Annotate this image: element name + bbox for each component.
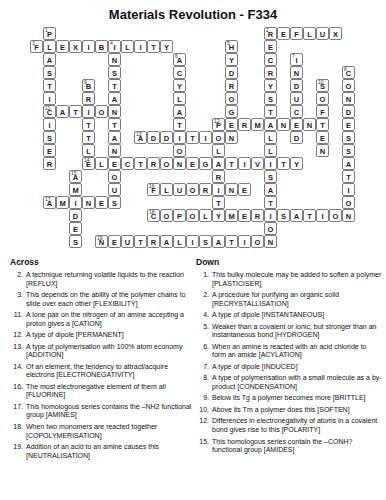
- grid-cell[interactable]: L: [173, 235, 186, 248]
- cell-letter: O: [164, 161, 170, 169]
- grid-cell[interactable]: P: [173, 209, 186, 222]
- cell-number: 3: [32, 41, 35, 46]
- clue-number: 4.: [196, 311, 209, 320]
- grid-cell[interactable]: E: [69, 222, 82, 235]
- grid-cell[interactable]: D: [290, 79, 303, 92]
- grid-cell[interactable]: 15A: [69, 170, 82, 183]
- grid-cell[interactable]: T: [264, 196, 277, 209]
- grid-cell[interactable]: O: [225, 92, 238, 105]
- cell-letter: N: [112, 57, 117, 65]
- cell-letter: T: [112, 83, 117, 91]
- grid-cell[interactable]: I: [43, 118, 56, 131]
- cell-number: 7: [292, 54, 295, 59]
- cell-letter: T: [268, 200, 273, 208]
- grid-cell[interactable]: N: [264, 235, 277, 248]
- grid-cell[interactable]: Y: [225, 53, 238, 66]
- cell-letter: T: [216, 200, 221, 208]
- cell-letter: R: [242, 122, 247, 130]
- grid-cell[interactable]: D: [290, 131, 303, 144]
- grid-cell[interactable]: E: [95, 196, 108, 209]
- clue-number: 1.: [196, 271, 209, 280]
- grid-cell[interactable]: S: [108, 66, 121, 79]
- down-clues: Down 1.This bulky molecule may be added …: [196, 257, 382, 458]
- cell-letter: T: [86, 122, 91, 130]
- grid-cell[interactable]: B: [95, 40, 108, 53]
- cell-letter: R: [268, 70, 273, 78]
- grid-cell[interactable]: U: [173, 183, 186, 196]
- grid-cell[interactable]: D: [225, 66, 238, 79]
- grid-cell[interactable]: I: [82, 105, 95, 118]
- cell-letter: I: [87, 109, 89, 117]
- grid-cell[interactable]: V: [251, 157, 264, 170]
- grid-cell[interactable]: L: [95, 157, 108, 170]
- cell-letter: A: [268, 187, 273, 195]
- clue-item: 6.When an amine is reacted with an acid …: [196, 343, 382, 360]
- grid-cell[interactable]: L: [82, 144, 95, 157]
- cell-letter: L: [125, 44, 130, 52]
- grid-cell[interactable]: A: [212, 157, 225, 170]
- grid-cell[interactable]: S: [199, 235, 212, 248]
- cell-letter: E: [60, 44, 65, 52]
- grid-cell[interactable]: E: [238, 209, 251, 222]
- grid-cell[interactable]: I: [212, 183, 225, 196]
- grid-cell[interactable]: 4I: [108, 40, 121, 53]
- clue-text: Of an element, the tendency to attract/a…: [26, 363, 192, 380]
- cell-letter: N: [229, 187, 234, 195]
- grid-cell[interactable]: L: [264, 144, 277, 157]
- cell-letter: N: [346, 213, 351, 221]
- grid-cell[interactable]: A: [43, 53, 56, 66]
- cell-letter: A: [112, 96, 117, 104]
- grid-cell[interactable]: T: [69, 105, 82, 118]
- cell-letter: C: [177, 70, 182, 78]
- cell-number: 11: [45, 106, 50, 111]
- cell-letter: O: [268, 226, 274, 234]
- grid-cell[interactable]: E: [277, 27, 290, 40]
- grid-cell[interactable]: A: [212, 235, 225, 248]
- cell-letter: D: [164, 135, 169, 143]
- clue-item: 4.A type of dipole [INSTANTANEOUS]: [196, 311, 382, 320]
- grid-cell[interactable]: F: [290, 27, 303, 40]
- grid-cell[interactable]: C: [173, 66, 186, 79]
- clue-text: Differences in electronegativity of atom…: [212, 417, 382, 434]
- cell-letter: R: [216, 174, 221, 182]
- clue-text: A type of polymerisation with a small mo…: [212, 374, 382, 391]
- grid-cell[interactable]: O: [186, 183, 199, 196]
- grid-cell[interactable]: O: [264, 222, 277, 235]
- grid-cell[interactable]: T: [108, 79, 121, 92]
- cell-letter: B: [99, 44, 104, 52]
- cell-letter: E: [47, 148, 52, 156]
- grid-cell[interactable]: N: [316, 144, 329, 157]
- grid-cell[interactable]: T: [225, 157, 238, 170]
- grid-cell[interactable]: T: [225, 235, 238, 248]
- clue-text: When two monomers are reacted together […: [26, 423, 192, 440]
- grid-cell[interactable]: O: [212, 131, 225, 144]
- clue-number: 14.: [10, 363, 23, 372]
- grid-cell[interactable]: 13A: [134, 131, 147, 144]
- grid-cell[interactable]: O: [173, 144, 186, 157]
- cell-letter: A: [216, 161, 221, 169]
- grid-cell[interactable]: E: [316, 131, 329, 144]
- grid-cell[interactable]: R: [251, 209, 264, 222]
- grid-cell[interactable]: I: [316, 209, 329, 222]
- grid-cell[interactable]: A: [160, 235, 173, 248]
- grid-cell[interactable]: E: [108, 235, 121, 248]
- grid-cell[interactable]: 8C: [342, 66, 355, 79]
- grid-cell[interactable]: I: [43, 92, 56, 105]
- cell-number: 16: [149, 184, 155, 189]
- grid-cell[interactable]: I: [264, 209, 277, 222]
- cell-letter: A: [164, 239, 169, 247]
- grid-cell[interactable]: U: [290, 92, 303, 105]
- cell-letter: I: [243, 161, 245, 169]
- cell-letter: E: [320, 135, 325, 143]
- across-header: Across: [10, 257, 192, 267]
- cell-letter: I: [139, 44, 141, 52]
- grid-cell[interactable]: T: [43, 79, 56, 92]
- grid-cell[interactable]: T: [173, 118, 186, 131]
- across-clue-list: 2.A technique returning volatile liquids…: [10, 271, 192, 460]
- grid-cell[interactable]: I: [69, 196, 82, 209]
- grid-cell[interactable]: R: [43, 157, 56, 170]
- grid-cell[interactable]: U: [121, 235, 134, 248]
- clue-number: 7.: [196, 363, 209, 372]
- cell-letter: A: [346, 161, 351, 169]
- clue-text: This homologous series contain the –CONH…: [212, 438, 382, 455]
- clue-item: 16.The most electronegative element of t…: [10, 383, 192, 400]
- cell-letter: I: [269, 161, 271, 169]
- cell-letter: I: [74, 200, 76, 208]
- grid-cell[interactable]: C: [264, 53, 277, 66]
- grid-cell[interactable]: O: [316, 92, 329, 105]
- cell-letter: D: [294, 135, 299, 143]
- clue-number: 13.: [10, 343, 23, 352]
- cell-letter: L: [164, 187, 169, 195]
- cell-letter: O: [190, 213, 196, 221]
- cell-letter: A: [268, 122, 273, 130]
- grid-cell[interactable]: O: [251, 235, 264, 248]
- grid-cell[interactable]: N: [303, 118, 316, 131]
- cell-letter: N: [177, 161, 182, 169]
- cell-letter: A: [177, 109, 182, 117]
- grid-cell[interactable]: N: [225, 183, 238, 196]
- grid-cell[interactable]: 14E: [82, 157, 95, 170]
- cell-letter: N: [112, 148, 117, 156]
- clue-item: 12.Differences in electronegativity of a…: [196, 417, 382, 434]
- grid-cell[interactable]: T: [134, 235, 147, 248]
- cell-letter: C: [125, 161, 130, 169]
- cell-letter: S: [203, 239, 208, 247]
- cell-letter: T: [346, 174, 351, 182]
- grid-cell[interactable]: I: [342, 183, 355, 196]
- clue-number: 2.: [10, 271, 23, 280]
- grid-cell[interactable]: E: [43, 144, 56, 157]
- grid-cell[interactable]: N: [342, 209, 355, 222]
- grid-cell[interactable]: M: [225, 209, 238, 222]
- grid-cell[interactable]: L: [173, 92, 186, 105]
- cell-letter: Y: [216, 213, 221, 221]
- cell-letter: A: [294, 213, 299, 221]
- grid-cell[interactable]: N: [277, 118, 290, 131]
- grid-cell[interactable]: O: [342, 196, 355, 209]
- grid-cell[interactable]: R: [147, 235, 160, 248]
- grid-cell[interactable]: E: [56, 40, 69, 53]
- grid-cell[interactable]: R: [82, 92, 95, 105]
- clue-item: 19.Addition of an acid to an amine cause…: [10, 443, 192, 460]
- clue-number: 11.: [10, 311, 23, 320]
- grid-cell[interactable]: C: [121, 157, 134, 170]
- cell-letter: I: [87, 44, 89, 52]
- grid-cell[interactable]: O: [160, 209, 173, 222]
- clue-item: 2.A technique returning volatile liquids…: [10, 271, 192, 288]
- cell-letter: R: [203, 187, 208, 195]
- grid-cell[interactable]: S: [43, 131, 56, 144]
- grid-cell[interactable]: R: [147, 157, 160, 170]
- grid-cell[interactable]: T: [316, 118, 329, 131]
- cell-letter: S: [112, 70, 117, 78]
- grid-cell[interactable]: R: [225, 79, 238, 92]
- grid-cell[interactable]: E: [238, 183, 251, 196]
- grid-cell[interactable]: O: [329, 209, 342, 222]
- grid-cell[interactable]: 16F: [147, 183, 160, 196]
- grid-cell[interactable]: 12P: [212, 118, 225, 131]
- grid-cell[interactable]: S: [277, 209, 290, 222]
- cell-letter: U: [112, 187, 117, 195]
- clue-item: 15.This homologous series contain the –C…: [196, 438, 382, 455]
- grid-cell[interactable]: L: [43, 40, 56, 53]
- cell-letter: O: [112, 174, 118, 182]
- grid-cell[interactable]: O: [108, 170, 121, 183]
- grid-cell[interactable]: D: [147, 131, 160, 144]
- cell-letter: U: [294, 96, 299, 104]
- cell-letter: T: [307, 213, 312, 221]
- grid-cell[interactable]: T: [277, 157, 290, 170]
- grid-cell[interactable]: G: [225, 105, 238, 118]
- cell-letter: I: [295, 57, 297, 65]
- grid-cell[interactable]: 17A: [43, 196, 56, 209]
- grid-cell[interactable]: A: [56, 105, 69, 118]
- cell-letter: E: [294, 122, 299, 130]
- grid-cell[interactable]: T: [82, 118, 95, 131]
- grid-cell[interactable]: 9B: [82, 79, 95, 92]
- grid-cell[interactable]: Y: [160, 40, 173, 53]
- grid-cell[interactable]: 1P: [43, 27, 56, 40]
- grid-cell[interactable]: N: [82, 196, 95, 209]
- grid-cell[interactable]: N: [108, 144, 121, 157]
- grid-cell[interactable]: G: [199, 157, 212, 170]
- across-clues: Across 2.A technique returning volatile …: [10, 257, 192, 463]
- grid-cell[interactable]: E: [225, 118, 238, 131]
- clue-number: 15.: [196, 438, 209, 447]
- grid-cell[interactable]: 18C: [147, 209, 160, 222]
- cell-letter: I: [217, 187, 219, 195]
- grid-cell[interactable]: S: [69, 235, 82, 248]
- grid-cell[interactable]: T: [82, 131, 95, 144]
- cell-letter: N: [86, 200, 91, 208]
- down-clue-list: 1.This bulky molecule may be added to so…: [196, 271, 382, 455]
- grid-cell[interactable]: S: [342, 144, 355, 157]
- grid-cell[interactable]: S: [342, 131, 355, 144]
- grid-cell[interactable]: X: [329, 27, 342, 40]
- grid-cell[interactable]: A: [173, 105, 186, 118]
- cell-number: 5: [227, 41, 230, 46]
- grid-cell[interactable]: D: [69, 209, 82, 222]
- grid-cell[interactable]: 2R: [264, 27, 277, 40]
- grid-cell[interactable]: E: [290, 118, 303, 131]
- cell-letter: I: [48, 96, 50, 104]
- cell-letter: S: [268, 96, 273, 104]
- grid-cell[interactable]: A: [108, 131, 121, 144]
- grid-cell[interactable]: N: [225, 131, 238, 144]
- grid-cell[interactable]: L: [212, 144, 225, 157]
- cell-letter: F: [320, 109, 325, 117]
- cell-letter: Y: [229, 57, 234, 65]
- clue-item: 5.Weaker than a covalent or ionic, but s…: [196, 323, 382, 340]
- grid-cell[interactable]: I: [134, 40, 147, 53]
- clue-text: Addition of an acid to an amine causes t…: [26, 443, 192, 460]
- grid-cell[interactable]: L: [160, 183, 173, 196]
- grid-cell[interactable]: 11C: [43, 105, 56, 118]
- cell-letter: U: [320, 31, 325, 39]
- grid-cell[interactable]: N: [173, 157, 186, 170]
- grid-cell[interactable]: T: [108, 118, 121, 131]
- grid-cell[interactable]: A: [264, 183, 277, 196]
- grid-cell[interactable]: D: [160, 131, 173, 144]
- grid-cell[interactable]: S: [264, 92, 277, 105]
- clue-number: 19.: [10, 443, 23, 452]
- grid-cell[interactable]: O: [160, 157, 173, 170]
- cell-letter: E: [242, 213, 247, 221]
- grid-cell[interactable]: E: [342, 118, 355, 131]
- grid-cell[interactable]: A: [290, 209, 303, 222]
- cell-letter: O: [99, 109, 105, 117]
- clue-text: A technique returning volatile liquids t…: [26, 271, 192, 288]
- clue-text: A type of dipole [INDUCED]: [212, 363, 298, 372]
- grid-cell[interactable]: L: [199, 209, 212, 222]
- grid-cell[interactable]: N: [108, 53, 121, 66]
- cell-letter: S: [281, 213, 286, 221]
- grid-cell[interactable]: C: [290, 105, 303, 118]
- cell-letter: A: [47, 57, 52, 65]
- grid-cell[interactable]: 7I: [290, 53, 303, 66]
- clue-item: 17.This homologous series contains the –…: [10, 403, 192, 420]
- cell-letter: G: [229, 109, 235, 117]
- grid-cell[interactable]: I: [264, 157, 277, 170]
- grid-cell[interactable]: S: [264, 170, 277, 183]
- grid-cell[interactable]: M: [251, 118, 264, 131]
- grid-cell[interactable]: L: [303, 27, 316, 40]
- grid-cell[interactable]: E: [186, 157, 199, 170]
- cell-letter: E: [242, 187, 247, 195]
- cell-letter: Y: [294, 161, 299, 169]
- grid-cell[interactable]: R: [264, 66, 277, 79]
- grid-cell[interactable]: I: [238, 235, 251, 248]
- grid-cell[interactable]: X: [69, 40, 82, 53]
- grid-cell[interactable]: 10S: [316, 79, 329, 92]
- grid-cell[interactable]: T: [303, 209, 316, 222]
- grid-cell[interactable]: E: [108, 157, 121, 170]
- grid-cell[interactable]: I: [173, 131, 186, 144]
- grid-cell[interactable]: I: [238, 157, 251, 170]
- clue-item: 13.A type of polymerisation with 100% at…: [10, 343, 192, 360]
- cell-number: 2: [266, 28, 269, 33]
- grid-cell[interactable]: T: [342, 170, 355, 183]
- cell-letter: T: [268, 109, 273, 117]
- grid-cell[interactable]: N: [290, 66, 303, 79]
- cell-letter: L: [307, 31, 312, 39]
- grid-cell[interactable]: A: [108, 92, 121, 105]
- grid-cell[interactable]: L: [264, 131, 277, 144]
- cell-number: 12: [214, 119, 220, 124]
- grid-cell[interactable]: U: [316, 27, 329, 40]
- grid-cell[interactable]: M: [56, 196, 69, 209]
- grid-cell[interactable]: R: [238, 118, 251, 131]
- cell-letter: I: [113, 44, 115, 52]
- grid-cell[interactable]: A: [342, 157, 355, 170]
- clue-number: 12.: [196, 417, 209, 426]
- grid-cell[interactable]: F: [316, 105, 329, 118]
- grid-cell[interactable]: D: [342, 105, 355, 118]
- cell-letter: C: [268, 57, 273, 65]
- grid-cell[interactable]: O: [95, 105, 108, 118]
- clue-number: 6.: [196, 343, 209, 352]
- grid-cell[interactable]: Y: [173, 79, 186, 92]
- grid-cell[interactable]: A: [264, 118, 277, 131]
- grid-cell[interactable]: T: [134, 157, 147, 170]
- cell-letter: R: [255, 213, 260, 221]
- grid-cell[interactable]: Y: [212, 209, 225, 222]
- grid-cell[interactable]: U: [108, 183, 121, 196]
- grid-cell[interactable]: R: [212, 170, 225, 183]
- grid-cell[interactable]: O: [342, 79, 355, 92]
- cell-letter: T: [86, 135, 91, 143]
- clue-number: 12.: [10, 331, 23, 340]
- grid-cell[interactable]: 6A: [173, 53, 186, 66]
- cell-letter: O: [216, 135, 222, 143]
- cell-letter: D: [151, 135, 156, 143]
- cell-number: 1: [45, 28, 48, 33]
- grid-cell[interactable]: I: [199, 131, 212, 144]
- grid-cell[interactable]: I: [186, 235, 199, 248]
- grid-cell[interactable]: 5H: [225, 40, 238, 53]
- grid-cell[interactable]: T: [264, 105, 277, 118]
- grid-cell[interactable]: M: [69, 183, 82, 196]
- cell-letter: L: [203, 213, 208, 221]
- clue-text: Above its Tm a polymer does this [SOFTEN…: [212, 406, 350, 415]
- clue-text: A lone pair on the nitrogen of an amine …: [26, 311, 192, 328]
- grid-cell[interactable]: S: [108, 196, 121, 209]
- grid-cell[interactable]: N: [108, 105, 121, 118]
- grid-cell[interactable]: E: [264, 40, 277, 53]
- grid-cell[interactable]: N: [342, 92, 355, 105]
- cell-letter: E: [73, 226, 78, 234]
- cell-number: 8: [344, 67, 347, 72]
- grid-cell[interactable]: T: [147, 40, 160, 53]
- grid-cell[interactable]: T: [186, 131, 199, 144]
- grid-cell[interactable]: 3F: [30, 40, 43, 53]
- grid-cell[interactable]: I: [82, 40, 95, 53]
- cell-letter: N: [268, 239, 273, 247]
- grid-cell[interactable]: L: [121, 40, 134, 53]
- grid-cell[interactable]: Y: [290, 157, 303, 170]
- grid-cell[interactable]: S: [43, 66, 56, 79]
- grid-cell[interactable]: 19N: [95, 235, 108, 248]
- grid-cell[interactable]: O: [186, 209, 199, 222]
- grid-cell[interactable]: T: [212, 196, 225, 209]
- grid-cell[interactable]: R: [199, 183, 212, 196]
- grid-cell[interactable]: Y: [264, 79, 277, 92]
